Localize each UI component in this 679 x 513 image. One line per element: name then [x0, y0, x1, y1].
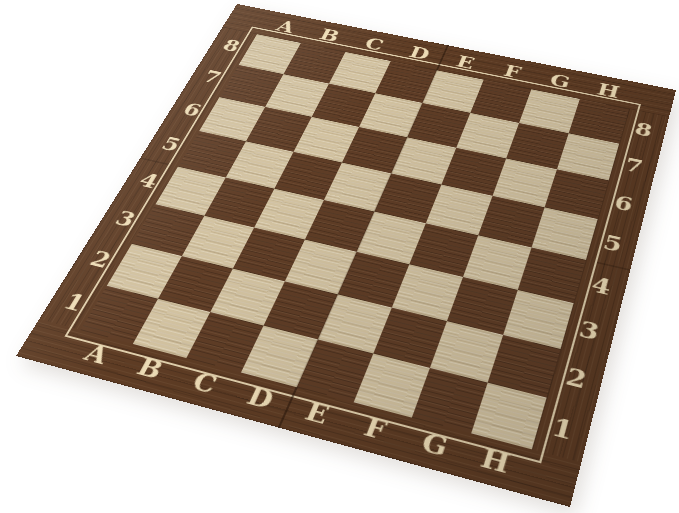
inlay-border-line: [64, 27, 640, 464]
file-label-top-h: H: [595, 81, 622, 101]
chess-board: ABCDEFGHABCDEFGH8765432187654321: [16, 4, 676, 507]
board-shadow-wrap: ABCDEFGHABCDEFGH8765432187654321: [0, 0, 679, 513]
photo-background: ABCDEFGHABCDEFGH8765432187654321: [0, 0, 679, 513]
